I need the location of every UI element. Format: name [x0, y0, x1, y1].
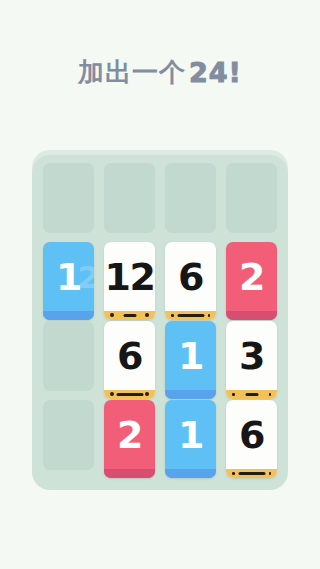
- card-mouth: [177, 314, 204, 317]
- card-mouth: [245, 393, 258, 396]
- card-eye-right: [145, 392, 149, 396]
- tile-12[interactable]: 12: [104, 242, 155, 320]
- tile-number: 12: [105, 258, 155, 296]
- cell-r2c3: 3: [226, 321, 277, 391]
- game-board[interactable]: 12 12 6 2 6 1 3 2 1 6: [32, 150, 288, 490]
- tile-6[interactable]: 6: [104, 321, 155, 399]
- tile-bottom-edge: [104, 390, 155, 399]
- tile-2[interactable]: 2: [104, 400, 155, 478]
- cell-r2c2: 1: [165, 321, 216, 391]
- tile-1[interactable]: 12: [43, 242, 94, 320]
- card-eye-left: [171, 314, 174, 317]
- card-mouth: [238, 472, 265, 475]
- tile-bottom-edge: [226, 390, 277, 399]
- tile-bottom-edge: [226, 469, 277, 478]
- goal-title: 加出一个24!: [0, 50, 320, 94]
- card-mouth: [123, 314, 136, 317]
- cell-r2c1: 6: [104, 321, 155, 391]
- tile-6[interactable]: 6: [165, 242, 216, 320]
- card-eye-right: [269, 472, 272, 475]
- tile-number: 3: [239, 337, 264, 375]
- cell-r0c1: [104, 163, 155, 233]
- card-eye-right: [269, 393, 272, 396]
- cell-r3c1: 2: [104, 400, 155, 470]
- tile-bottom-edge: [43, 311, 94, 320]
- cell-r1c0: 12: [43, 242, 94, 312]
- tile-number: 1: [178, 337, 203, 375]
- card-eye-left: [110, 392, 114, 396]
- card-eye-left: [232, 472, 235, 475]
- cell-r1c1: 12: [104, 242, 155, 312]
- tile-number: 2: [117, 416, 142, 454]
- cell-r1c3: 2: [226, 242, 277, 312]
- goal-title-text: 加出一个: [78, 55, 186, 90]
- tile-number: 1: [178, 416, 203, 454]
- card-mouth: [116, 393, 143, 396]
- tile-6[interactable]: 6: [226, 400, 277, 478]
- card-eye-left: [110, 313, 114, 317]
- cell-r3c2: 1: [165, 400, 216, 470]
- tile-number: 1: [56, 258, 81, 296]
- tile-1[interactable]: 1: [165, 400, 216, 478]
- tile-number: 2: [239, 258, 264, 296]
- tile-bottom-edge: [104, 311, 155, 320]
- tile-number: 6: [117, 337, 142, 375]
- threes-screen: { "game": "Threes!", "header": { "title_…: [0, 0, 320, 569]
- tile-2[interactable]: 2: [226, 242, 277, 320]
- board-grid: 12 12 6 2 6 1 3 2 1 6: [43, 163, 277, 470]
- goal-title-number: 24!: [189, 57, 242, 88]
- tile-3[interactable]: 3: [226, 321, 277, 399]
- cell-r0c3: [226, 163, 277, 233]
- card-eye-right: [145, 313, 149, 317]
- tile-bottom-edge: [165, 390, 216, 399]
- cell-r0c0: [43, 163, 94, 233]
- cell-r3c3: 6: [226, 400, 277, 470]
- cell-r2c0: [43, 321, 94, 391]
- tile-number: 6: [239, 416, 264, 454]
- tile-number: 6: [178, 258, 203, 296]
- tile-bottom-edge: [165, 469, 216, 478]
- cell-r0c2: [165, 163, 216, 233]
- tile-bottom-edge: [165, 311, 216, 320]
- card-eye-left: [232, 393, 235, 396]
- tile-bottom-edge: [226, 311, 277, 320]
- tile-bottom-edge: [104, 469, 155, 478]
- cell-r1c2: 6: [165, 242, 216, 312]
- cell-r3c0: [43, 400, 94, 470]
- card-eye-right: [208, 314, 211, 317]
- tile-1[interactable]: 1: [165, 321, 216, 399]
